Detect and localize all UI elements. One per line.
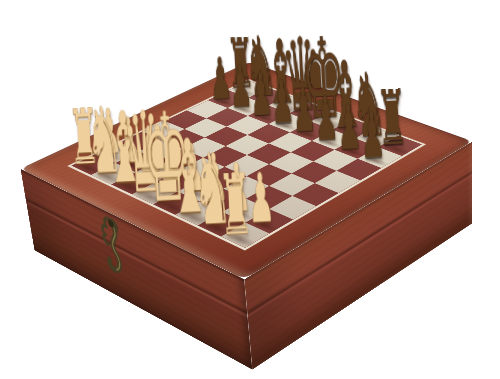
product-photo-stage: ♜♞♟♝♟♛♟♚♟♝♟♞♟♟♜♟♟♜♟♟♞♟♝♟♛♟♚♟♝♟♞♜ <box>0 0 500 379</box>
piece-black-pawn: ♟ <box>358 110 385 162</box>
scene-3d: ♜♞♟♝♟♛♟♚♟♝♟♞♟♟♜♟♟♜♟♟♞♟♝♟♛♟♚♟♝♟♞♜ <box>0 0 500 379</box>
piece-white-rook: ♜ <box>217 171 253 240</box>
chess-box: ♜♞♟♝♟♛♟♚♟♝♟♞♟♟♜♟♟♜♟♟♞♟♝♟♛♟♚♟♝♟♞♜ <box>20 62 472 280</box>
